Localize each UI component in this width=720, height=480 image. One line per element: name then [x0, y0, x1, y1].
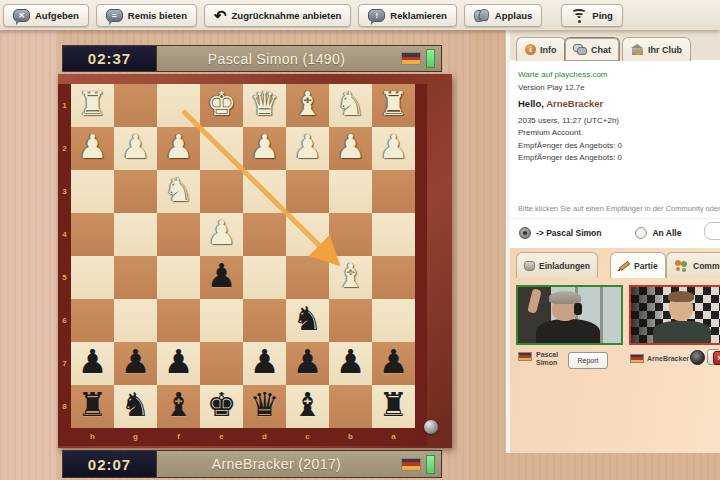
square-f4[interactable] [157, 213, 200, 256]
square-h2[interactable]: ♟ [71, 127, 114, 170]
square-c6[interactable]: ♞ [286, 299, 329, 342]
square-e5[interactable]: ♟ [200, 256, 243, 299]
square-c7[interactable]: ♟ [286, 342, 329, 385]
file-label-c: c [286, 432, 329, 441]
chat-panel: i Info Chat Ihr Club Warte auf playchess… [506, 30, 720, 453]
chess-board-frame: 12345678 hgfedcba ♜♚♛♝♞♜♟♟♟♟♟♟♟♞♟♟♝♞♟♟♟♟… [58, 74, 452, 448]
rank-label-4: 4 [58, 230, 71, 239]
black-piece: ♟ [250, 340, 280, 383]
chat-message: Version Play 12.7e [518, 83, 718, 92]
webcam-video-arne [629, 285, 720, 345]
file-label-b: b [329, 432, 372, 441]
square-h8[interactable]: ♜ [71, 385, 114, 428]
chat-message-list: Warte auf playchess.comVersion Play 12.7… [518, 70, 718, 166]
germany-flag-icon [518, 352, 532, 361]
zugr-cknahme-anbieten-button[interactable]: ↶Zugrücknahme anbieten [204, 4, 351, 27]
square-g3[interactable] [114, 170, 157, 213]
webcam-toggle-icon[interactable] [690, 350, 705, 365]
radio-circle [635, 227, 647, 239]
white-piece: ♟ [207, 211, 237, 254]
ping-button[interactable]: Ping [561, 4, 623, 27]
square-b8[interactable] [329, 385, 372, 428]
square-a7[interactable]: ♟ [372, 342, 415, 385]
aufgeben-button[interactable]: ✕Aufgeben [3, 4, 89, 27]
square-a4[interactable] [372, 213, 415, 256]
square-e6[interactable] [200, 299, 243, 342]
white-piece: ♟ [121, 125, 151, 168]
square-d5[interactable] [243, 256, 286, 299]
black-player-name: ArneBracker (2017) [157, 451, 396, 477]
recipient-selector-row: -> Pascal Simon An Alle [510, 218, 720, 246]
chat-input[interactable] [704, 222, 720, 240]
white-piece: ♜ [379, 82, 409, 125]
white-piece: ♜ [78, 82, 108, 125]
close-webcam-button[interactable]: × [713, 351, 720, 365]
square-b2[interactable]: ♟ [329, 127, 372, 170]
rank-label-3: 3 [58, 187, 71, 196]
square-d3[interactable] [243, 170, 286, 213]
square-a3[interactable] [372, 170, 415, 213]
white-piece: ♟ [293, 125, 323, 168]
black-piece: ♜ [78, 383, 108, 426]
square-a8[interactable]: ♜ [372, 385, 415, 428]
chat-bubbles-icon [573, 44, 587, 55]
applause-icon [474, 9, 490, 22]
chat-message: Hello, ArneBracker [518, 98, 718, 109]
chat-message: Premium Account. [518, 128, 718, 137]
square-b4[interactable] [329, 213, 372, 256]
square-f1[interactable] [157, 84, 200, 127]
black-piece: ♚ [207, 383, 237, 426]
square-f7[interactable]: ♟ [157, 342, 200, 385]
rank-label-8: 8 [58, 402, 71, 411]
black-piece: ♟ [336, 340, 366, 383]
square-c8[interactable]: ♝ [286, 385, 329, 428]
square-c2[interactable]: ♟ [286, 127, 329, 170]
game-toolbar: ✕Aufgeben=Remis bieten↶Zugrücknahme anbi… [0, 0, 720, 30]
connection-status-bar [426, 455, 435, 474]
black-piece: ♟ [164, 340, 194, 383]
square-c3[interactable] [286, 170, 329, 213]
black-clock: 02:07 [63, 451, 157, 477]
bubble-exclaim-icon: ! [368, 9, 385, 22]
square-f2[interactable]: ♟ [157, 127, 200, 170]
rank-label-5: 5 [58, 273, 71, 282]
square-c4[interactable] [286, 213, 329, 256]
germany-flag-icon [630, 354, 644, 363]
chess-board: ♜♚♛♝♞♜♟♟♟♟♟♟♟♞♟♟♝♞♟♟♟♟♟♟♟♜♞♝♚♛♝♜ [71, 84, 415, 428]
square-e7[interactable] [200, 342, 243, 385]
square-h4[interactable] [71, 213, 114, 256]
tab-info[interactable]: i Info [516, 37, 566, 61]
file-label-d: d [243, 432, 286, 441]
file-label-a: a [372, 432, 415, 441]
square-h7[interactable]: ♟ [71, 342, 114, 385]
square-e2[interactable] [200, 127, 243, 170]
germany-flag-icon [401, 52, 421, 65]
rank-coordinate-strip [58, 84, 71, 428]
square-d4[interactable] [243, 213, 286, 256]
white-piece: ♟ [78, 125, 108, 168]
remis-bieten-button[interactable]: =Remis bieten [96, 4, 197, 27]
bubble-equals-icon: = [106, 9, 123, 22]
club-building-icon [631, 44, 644, 55]
square-b6[interactable] [329, 299, 372, 342]
tab-chat[interactable]: Chat [564, 37, 620, 61]
square-d8[interactable]: ♛ [243, 385, 286, 428]
rank-label-7: 7 [58, 359, 71, 368]
rank-label-2: 2 [58, 144, 71, 153]
square-d2[interactable]: ♟ [243, 127, 286, 170]
square-g5[interactable] [114, 256, 157, 299]
black-piece: ♟ [78, 340, 108, 383]
square-b1[interactable]: ♞ [329, 84, 372, 127]
file-label-h: h [71, 432, 114, 441]
square-d6[interactable] [243, 299, 286, 342]
white-clock: 02:37 [63, 46, 157, 71]
reklamieren-button[interactable]: !Reklamieren [358, 4, 457, 27]
chat-message: Warte auf playchess.com [518, 70, 718, 79]
white-piece: ♟ [164, 125, 194, 168]
black-piece: ♝ [293, 383, 323, 426]
germany-flag-icon [401, 458, 421, 471]
community-people-icon [674, 260, 689, 271]
square-e8[interactable]: ♚ [200, 385, 243, 428]
tab-partie[interactable]: Partie [610, 252, 666, 278]
tab-ihr-club[interactable]: Ihr Club [622, 37, 691, 61]
rank-label-6: 6 [58, 316, 71, 325]
info-icon: i [525, 44, 536, 55]
square-a6[interactable] [372, 299, 415, 342]
square-d7[interactable]: ♟ [243, 342, 286, 385]
white-piece: ♟ [250, 125, 280, 168]
square-b3[interactable] [329, 170, 372, 213]
square-h1[interactable]: ♜ [71, 84, 114, 127]
square-g6[interactable] [114, 299, 157, 342]
white-piece: ♛ [250, 82, 280, 125]
tab-community[interactable]: Community [666, 252, 720, 278]
square-b7[interactable]: ♟ [329, 342, 372, 385]
board-frame-knob [424, 420, 438, 434]
report-button[interactable]: Report [568, 352, 608, 369]
file-label-g: g [114, 432, 157, 441]
square-d1[interactable]: ♛ [243, 84, 286, 127]
file-label-f: f [157, 432, 200, 441]
radio-circle [519, 227, 531, 239]
rank-label-1: 1 [58, 101, 71, 110]
chat-message: EmpfÃ¤nger des Angebots: 0 [518, 141, 718, 150]
pencil-icon [618, 260, 630, 272]
chat-message: EmpfÃ¤nger des Angebots: 0 [518, 153, 718, 162]
black-piece: ♟ [207, 254, 237, 297]
square-c5[interactable] [286, 256, 329, 299]
black-piece: ♟ [293, 340, 323, 383]
square-f6[interactable] [157, 299, 200, 342]
opponent-bar: 02:37 Pascal Simon (1490) [62, 45, 442, 72]
square-a5[interactable] [372, 256, 415, 299]
undo-icon: ↶ [214, 9, 227, 22]
file-label-e: e [200, 432, 243, 441]
black-piece: ♞ [293, 297, 323, 340]
white-piece: ♞ [336, 82, 366, 125]
applaus-button[interactable]: Applaus [464, 4, 542, 27]
square-f8[interactable]: ♝ [157, 385, 200, 428]
square-g4[interactable] [114, 213, 157, 256]
black-piece: ♜ [379, 383, 409, 426]
square-g7[interactable]: ♟ [114, 342, 157, 385]
square-e3[interactable] [200, 170, 243, 213]
black-piece: ♞ [121, 383, 151, 426]
square-f5[interactable] [157, 256, 200, 299]
connection-status-bar [426, 49, 435, 68]
white-piece: ♝ [293, 82, 323, 125]
square-g2[interactable]: ♟ [114, 127, 157, 170]
square-h5[interactable] [71, 256, 114, 299]
tab-einladungen[interactable]: Einladungen [516, 252, 598, 278]
radio-an-alle[interactable]: An Alle [635, 227, 681, 239]
webcam-caption-pascal: Pascal Simon [536, 351, 558, 367]
black-piece: ♝ [164, 383, 194, 426]
white-piece: ♚ [207, 82, 237, 125]
black-piece: ♛ [250, 383, 280, 426]
square-h3[interactable] [71, 170, 114, 213]
white-piece: ♞ [164, 168, 194, 211]
square-b5[interactable]: ♝ [329, 256, 372, 299]
square-e4[interactable]: ♟ [200, 213, 243, 256]
square-c1[interactable]: ♝ [286, 84, 329, 127]
bubble-x-icon: ✕ [13, 9, 30, 22]
white-player-name: Pascal Simon (1490) [157, 46, 396, 71]
chat-message: 2035 users, 11:27 (UTC+2h) [518, 116, 718, 125]
square-a2[interactable]: ♟ [372, 127, 415, 170]
square-g1[interactable] [114, 84, 157, 127]
black-piece: ♟ [121, 340, 151, 383]
frame-inner-strip [415, 84, 427, 446]
invitations-icon [524, 261, 535, 271]
white-piece: ♟ [379, 125, 409, 168]
square-f3[interactable]: ♞ [157, 170, 200, 213]
recipient-prompt: Bitte klicken Sie auf einen Empfänger in… [518, 204, 720, 213]
white-piece: ♝ [336, 254, 366, 297]
square-a1[interactable]: ♜ [372, 84, 415, 127]
square-h6[interactable] [71, 299, 114, 342]
white-piece: ♟ [336, 125, 366, 168]
black-piece: ♟ [379, 340, 409, 383]
webcam-caption-arne: ArneBracker [647, 355, 689, 363]
wifi-icon [571, 9, 587, 22]
player-bar: 02:07 ArneBracker (2017) [62, 450, 442, 478]
square-e1[interactable]: ♚ [200, 84, 243, 127]
webcam-video-pascal [516, 285, 623, 345]
square-g8[interactable]: ♞ [114, 385, 157, 428]
radio-pascal-simon[interactable]: -> Pascal Simon [519, 227, 601, 239]
